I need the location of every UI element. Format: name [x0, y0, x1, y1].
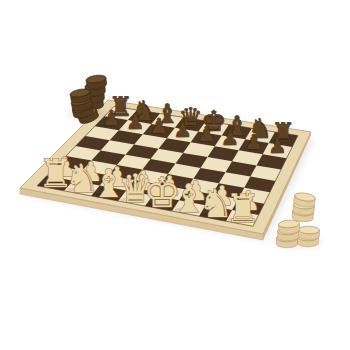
- checker-disc-light: [278, 220, 300, 235]
- product-photo: ♜♞♝♛♚♝♞♜♟♟♟♟♟♟♟♟♟♟♟♟♟♟♟♟♜♞♝♛♚♝♞♜: [0, 0, 350, 350]
- piece-light-rook: ♜: [225, 186, 260, 231]
- svg-text:♟: ♟: [245, 130, 263, 154]
- piece-dark-pawn: ♟: [197, 122, 215, 146]
- svg-text:♟: ♟: [102, 106, 120, 130]
- chess-set-scene: ♜♞♝♛♚♝♞♜♟♟♟♟♟♟♟♟♟♟♟♟♟♟♟♟♜♞♝♛♚♝♞♜: [0, 0, 350, 350]
- piece-dark-pawn: ♟: [150, 114, 168, 138]
- svg-text:♟: ♟: [197, 122, 215, 146]
- svg-text:♟: ♟: [221, 126, 239, 150]
- piece-dark-pawn: ♟: [126, 110, 144, 134]
- piece-dark-pawn: ♟: [102, 106, 120, 130]
- svg-text:♜: ♜: [225, 186, 260, 231]
- piece-dark-pawn: ♟: [245, 130, 263, 154]
- checker-disc-light: [298, 226, 319, 240]
- svg-text:♟: ♟: [268, 134, 286, 158]
- piece-dark-pawn: ♟: [221, 126, 239, 150]
- piece-dark-pawn: ♟: [268, 134, 286, 158]
- svg-text:♟: ♟: [173, 118, 191, 142]
- piece-dark-pawn: ♟: [173, 118, 191, 142]
- svg-text:♟: ♟: [150, 114, 168, 138]
- svg-text:♟: ♟: [126, 110, 144, 134]
- scene-svg: ♜♞♝♛♚♝♞♜♟♟♟♟♟♟♟♟♟♟♟♟♟♟♟♟♜♞♝♛♚♝♞♜: [0, 0, 350, 350]
